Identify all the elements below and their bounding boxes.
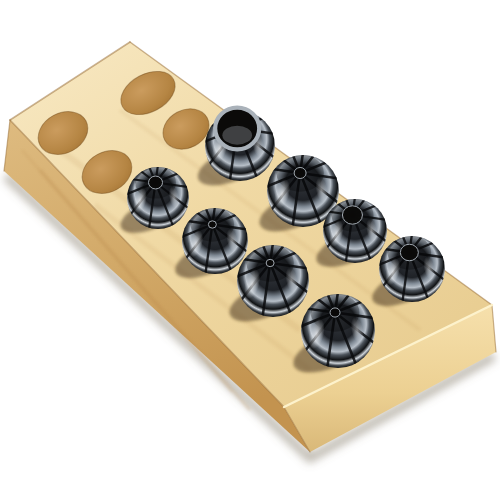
collet-bore xyxy=(208,221,216,228)
collet-bore xyxy=(294,167,306,178)
collet-set-scene xyxy=(0,0,500,500)
collet-bore xyxy=(149,176,163,189)
collet-bore xyxy=(266,259,274,266)
collet-bore xyxy=(330,308,340,317)
collet-bore xyxy=(342,206,362,224)
collet-bore xyxy=(400,244,418,261)
collet-bore-inner-wall xyxy=(222,126,252,145)
product-photo xyxy=(0,0,500,500)
